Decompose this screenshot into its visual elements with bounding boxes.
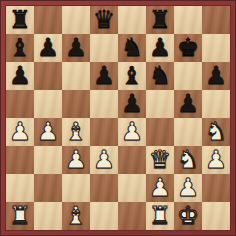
square-e6[interactable]: ♝ (118, 62, 146, 90)
square-b6[interactable] (34, 62, 62, 90)
square-b5[interactable] (34, 90, 62, 118)
square-g7[interactable]: ♚ (174, 34, 202, 62)
square-h5[interactable] (202, 90, 230, 118)
white-rook[interactable]: ♜ (149, 202, 171, 230)
square-d7[interactable] (90, 34, 118, 62)
square-d4[interactable] (90, 118, 118, 146)
square-a7[interactable]: ♝ (6, 34, 34, 62)
square-d5[interactable] (90, 90, 118, 118)
square-h1[interactable] (202, 202, 230, 230)
square-e7[interactable]: ♞ (118, 34, 146, 62)
square-e8[interactable] (118, 6, 146, 34)
black-knight[interactable]: ♞ (121, 34, 143, 62)
white-pawn[interactable]: ♟ (37, 118, 59, 146)
square-g2[interactable]: ♟ (174, 174, 202, 202)
black-pawn[interactable]: ♟ (9, 62, 31, 90)
square-h3[interactable]: ♟ (202, 146, 230, 174)
square-b1[interactable] (34, 202, 62, 230)
square-f4[interactable] (146, 118, 174, 146)
black-pawn[interactable]: ♟ (37, 34, 59, 62)
chess-board-frame: ♜♛♜♝♟♟♞♟♚♟♟♝♞♟♟♟♟♟♝♟♞♟♟♛♞♟♟♟♜♝♜♚ (0, 0, 236, 236)
black-rook[interactable]: ♜ (149, 6, 171, 34)
square-g3[interactable]: ♞ (174, 146, 202, 174)
white-knight[interactable]: ♞ (205, 118, 227, 146)
square-d1[interactable] (90, 202, 118, 230)
square-g8[interactable] (174, 6, 202, 34)
square-h8[interactable] (202, 6, 230, 34)
black-pawn[interactable]: ♟ (93, 62, 115, 90)
square-c2[interactable] (62, 174, 90, 202)
black-rook[interactable]: ♜ (9, 6, 31, 34)
square-a6[interactable]: ♟ (6, 62, 34, 90)
black-bishop[interactable]: ♝ (9, 34, 31, 62)
white-pawn[interactable]: ♟ (149, 174, 171, 202)
square-d3[interactable]: ♟ (90, 146, 118, 174)
black-knight[interactable]: ♞ (149, 62, 171, 90)
white-pawn[interactable]: ♟ (121, 118, 143, 146)
white-rook[interactable]: ♜ (9, 202, 31, 230)
square-c7[interactable]: ♟ (62, 34, 90, 62)
square-g4[interactable] (174, 118, 202, 146)
square-d8[interactable]: ♛ (90, 6, 118, 34)
black-pawn[interactable]: ♟ (65, 34, 87, 62)
square-e2[interactable] (118, 174, 146, 202)
square-a2[interactable] (6, 174, 34, 202)
square-c4[interactable]: ♝ (62, 118, 90, 146)
square-b7[interactable]: ♟ (34, 34, 62, 62)
square-g1[interactable]: ♚ (174, 202, 202, 230)
square-h2[interactable] (202, 174, 230, 202)
white-knight[interactable]: ♞ (177, 146, 199, 174)
white-king[interactable]: ♚ (177, 202, 199, 230)
square-a8[interactable]: ♜ (6, 6, 34, 34)
square-d6[interactable]: ♟ (90, 62, 118, 90)
square-a4[interactable]: ♟ (6, 118, 34, 146)
white-bishop[interactable]: ♝ (65, 202, 87, 230)
square-f1[interactable]: ♜ (146, 202, 174, 230)
square-c3[interactable]: ♟ (62, 146, 90, 174)
black-pawn[interactable]: ♟ (177, 90, 199, 118)
white-pawn[interactable]: ♟ (9, 118, 31, 146)
square-h4[interactable]: ♞ (202, 118, 230, 146)
square-h7[interactable] (202, 34, 230, 62)
black-pawn[interactable]: ♟ (149, 34, 171, 62)
square-d2[interactable] (90, 174, 118, 202)
white-queen[interactable]: ♛ (149, 146, 171, 174)
square-c5[interactable] (62, 90, 90, 118)
square-f5[interactable] (146, 90, 174, 118)
white-bishop[interactable]: ♝ (65, 118, 87, 146)
square-b4[interactable]: ♟ (34, 118, 62, 146)
square-e5[interactable]: ♟ (118, 90, 146, 118)
square-f2[interactable]: ♟ (146, 174, 174, 202)
square-a3[interactable] (6, 146, 34, 174)
square-e1[interactable] (118, 202, 146, 230)
square-c1[interactable]: ♝ (62, 202, 90, 230)
square-f7[interactable]: ♟ (146, 34, 174, 62)
white-pawn[interactable]: ♟ (205, 146, 227, 174)
square-f8[interactable]: ♜ (146, 6, 174, 34)
square-b8[interactable] (34, 6, 62, 34)
square-c8[interactable] (62, 6, 90, 34)
white-pawn[interactable]: ♟ (177, 174, 199, 202)
black-bishop[interactable]: ♝ (121, 62, 143, 90)
square-f3[interactable]: ♛ (146, 146, 174, 174)
square-g5[interactable]: ♟ (174, 90, 202, 118)
square-g6[interactable] (174, 62, 202, 90)
square-a1[interactable]: ♜ (6, 202, 34, 230)
black-pawn[interactable]: ♟ (205, 62, 227, 90)
square-b3[interactable] (34, 146, 62, 174)
square-b2[interactable] (34, 174, 62, 202)
square-c6[interactable] (62, 62, 90, 90)
black-king[interactable]: ♚ (177, 34, 199, 62)
square-e4[interactable]: ♟ (118, 118, 146, 146)
square-a5[interactable] (6, 90, 34, 118)
white-pawn[interactable]: ♟ (93, 146, 115, 174)
square-e3[interactable] (118, 146, 146, 174)
black-pawn[interactable]: ♟ (121, 90, 143, 118)
square-f6[interactable]: ♞ (146, 62, 174, 90)
chess-board: ♜♛♜♝♟♟♞♟♚♟♟♝♞♟♟♟♟♟♝♟♞♟♟♛♞♟♟♟♜♝♜♚ (5, 5, 231, 231)
square-h6[interactable]: ♟ (202, 62, 230, 90)
white-pawn[interactable]: ♟ (65, 146, 87, 174)
black-queen[interactable]: ♛ (93, 6, 115, 34)
